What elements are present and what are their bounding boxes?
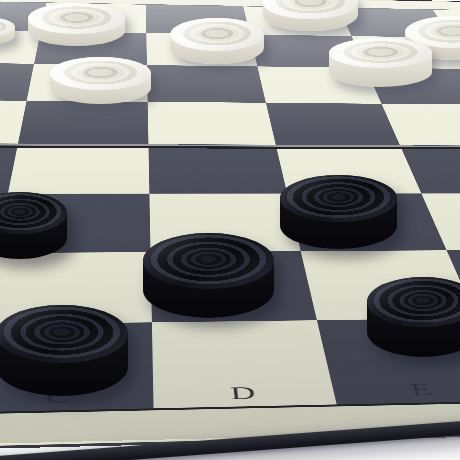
square-C4-light[interactable] bbox=[8, 144, 150, 194]
white-piece-face bbox=[329, 38, 432, 68]
checker-black-C3[interactable] bbox=[0, 192, 67, 259]
checker-white-B8[interactable] bbox=[28, 3, 125, 46]
white-piece-face bbox=[170, 18, 264, 51]
white-piece-face bbox=[28, 3, 125, 34]
black-piece-face bbox=[280, 175, 397, 222]
file-label-E: E bbox=[331, 378, 460, 401]
square-D5-light[interactable] bbox=[148, 102, 276, 145]
checker-white-C7[interactable] bbox=[170, 18, 264, 64]
square-E5-dark[interactable] bbox=[266, 103, 400, 145]
square-D6-dark[interactable] bbox=[147, 65, 266, 103]
checker-white-E7[interactable] bbox=[329, 38, 432, 87]
checker-black-D2[interactable] bbox=[143, 233, 274, 318]
checkers-board-photo: ABCDEFGH bbox=[0, 0, 460, 460]
black-piece-face bbox=[143, 233, 274, 289]
square-C5-dark[interactable] bbox=[18, 101, 148, 144]
file-label-D: D bbox=[152, 381, 336, 405]
checker-white-B6[interactable] bbox=[50, 57, 151, 104]
square-D4-dark[interactable] bbox=[148, 144, 287, 193]
checker-white-A7[interactable] bbox=[0, 17, 15, 45]
black-piece-face bbox=[0, 305, 128, 363]
checker-black-C1[interactable] bbox=[0, 305, 128, 396]
checker-white-D8[interactable] bbox=[263, 0, 358, 31]
white-piece-face bbox=[50, 57, 151, 90]
checker-black-E3[interactable] bbox=[280, 175, 397, 249]
checker-black-E1[interactable] bbox=[367, 277, 460, 357]
